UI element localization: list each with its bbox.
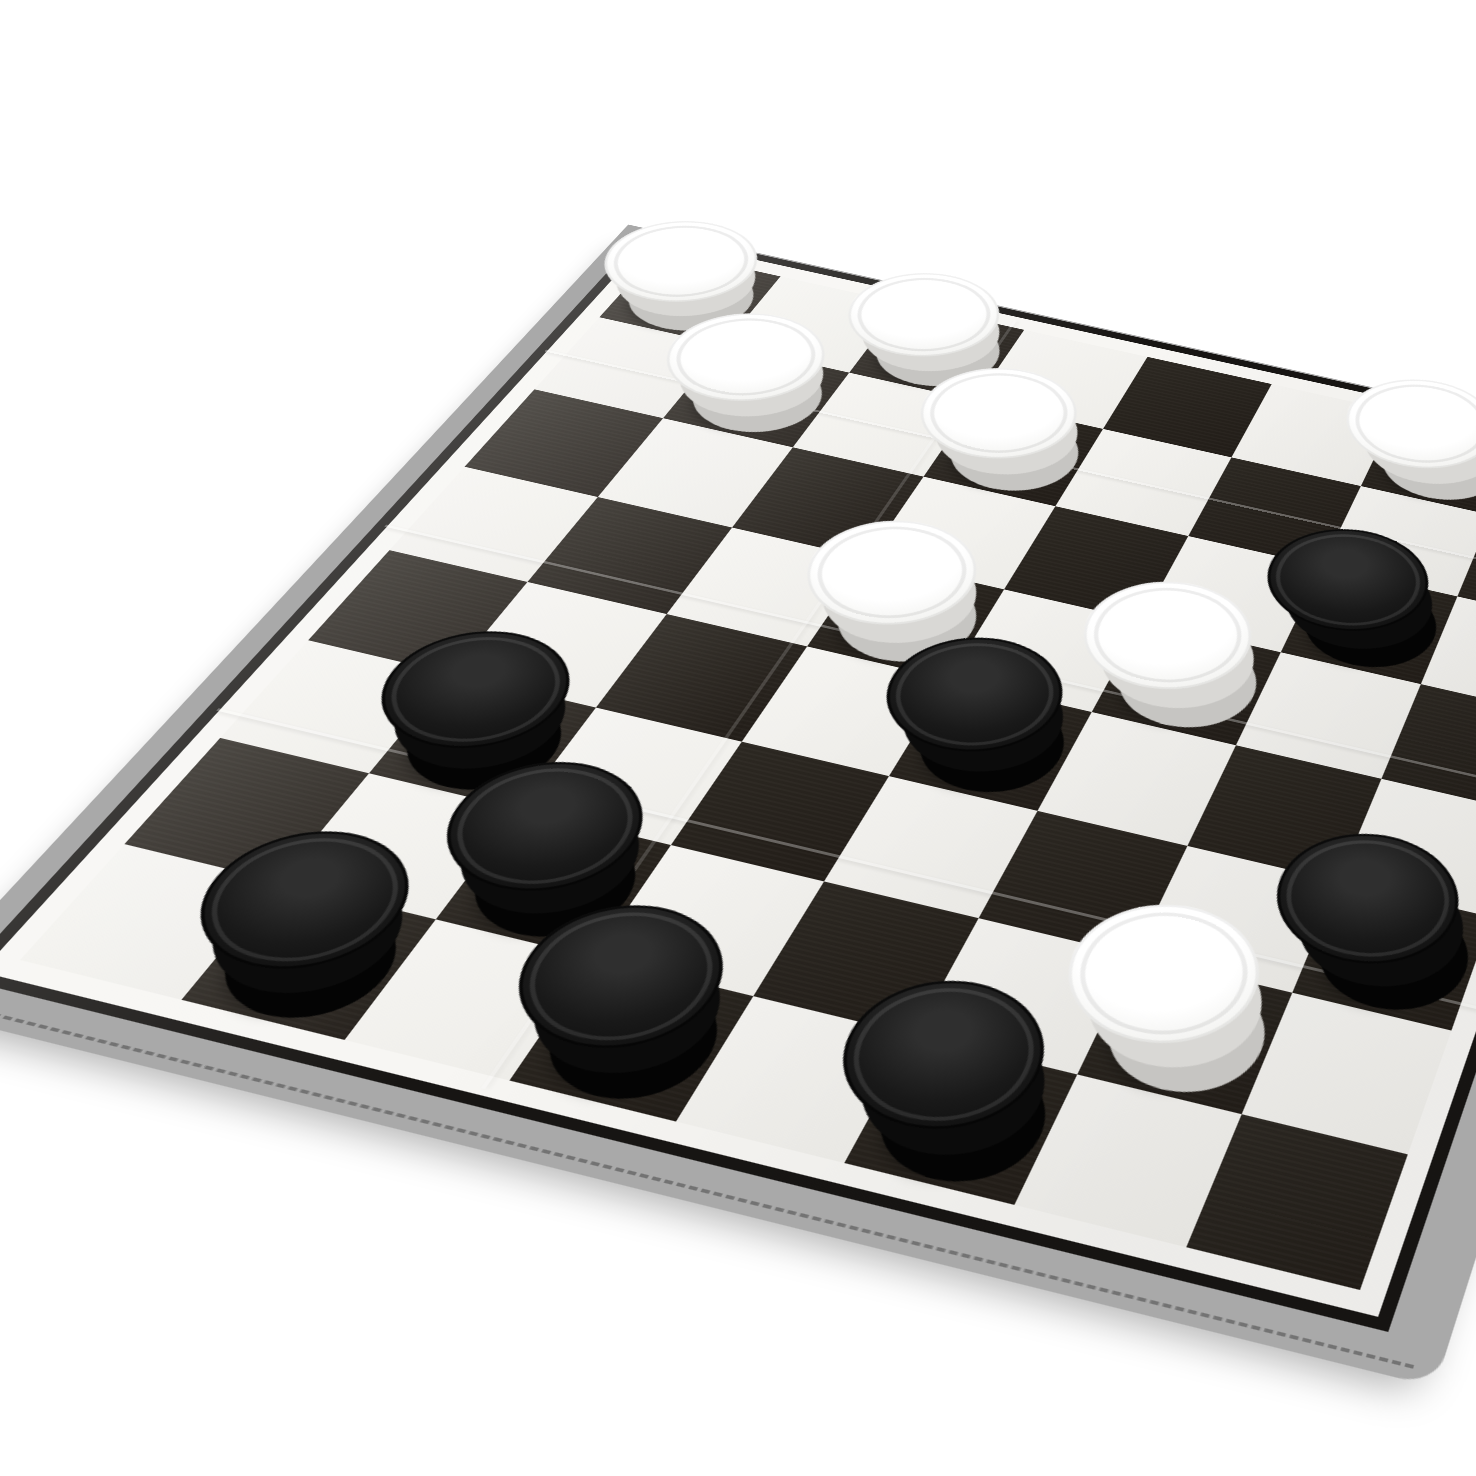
black-checker-r3c7	[1281, 566, 1458, 684]
black-checker-r8c6	[844, 1035, 1077, 1205]
black-checker-r8c2	[181, 882, 435, 1040]
white-checker-r7c7	[1077, 955, 1292, 1114]
giant-checkers-mat	[20, 250, 1476, 1290]
white-checker-r1c7	[1361, 411, 1476, 514]
black-checker-r6c8	[1292, 881, 1476, 1030]
white-checker-r2c4	[924, 401, 1103, 507]
black-checker-r5c5	[889, 679, 1092, 811]
white-checker-r2c2	[663, 345, 849, 447]
product-photo-scene	[0, 0, 1476, 1476]
pieces-layer	[20, 250, 1476, 1290]
black-checker-r8c4	[509, 958, 753, 1122]
white-checker-r4c6	[1092, 621, 1281, 746]
